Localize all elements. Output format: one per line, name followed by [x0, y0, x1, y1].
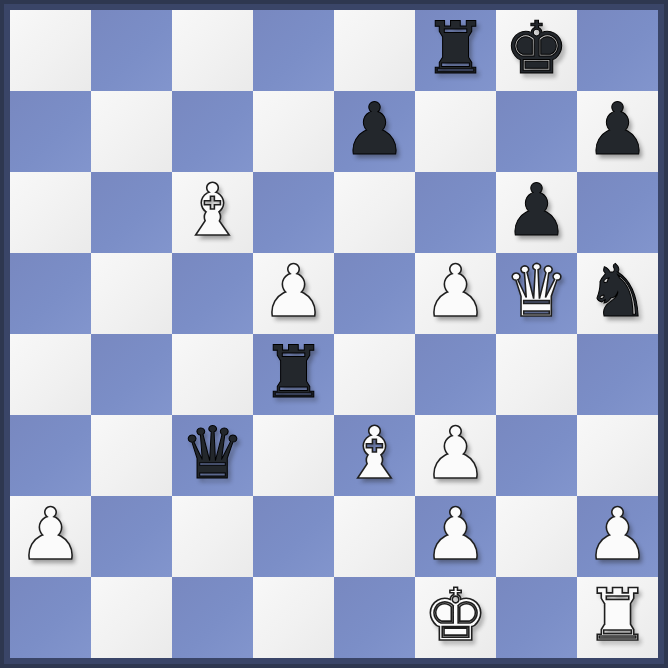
square-h4[interactable]: [577, 334, 658, 415]
square-e4[interactable]: [334, 334, 415, 415]
square-e7[interactable]: ♟: [334, 91, 415, 172]
square-d3[interactable]: [253, 415, 334, 496]
square-d8[interactable]: [253, 10, 334, 91]
piece-black-king-g8[interactable]: ♚: [504, 8, 569, 89]
square-a6[interactable]: [10, 172, 91, 253]
piece-white-bishop-e3[interactable]: ♝: [342, 413, 407, 494]
square-h2[interactable]: ♟: [577, 496, 658, 577]
square-e6[interactable]: [334, 172, 415, 253]
square-h1[interactable]: ♜: [577, 577, 658, 658]
square-c2[interactable]: [172, 496, 253, 577]
piece-white-pawn-a2[interactable]: ♟: [18, 494, 83, 575]
square-f1[interactable]: ♚: [415, 577, 496, 658]
square-e2[interactable]: [334, 496, 415, 577]
piece-white-pawn-h2[interactable]: ♟: [585, 494, 650, 575]
square-f7[interactable]: [415, 91, 496, 172]
square-a7[interactable]: [10, 91, 91, 172]
piece-white-king-f1[interactable]: ♚: [423, 575, 488, 656]
piece-white-rook-h1[interactable]: ♜: [585, 575, 650, 656]
square-c3[interactable]: ♛: [172, 415, 253, 496]
piece-white-queen-g5[interactable]: ♛: [504, 251, 569, 332]
square-a1[interactable]: [10, 577, 91, 658]
square-c4[interactable]: [172, 334, 253, 415]
square-b3[interactable]: [91, 415, 172, 496]
piece-black-knight-h5[interactable]: ♞: [585, 251, 650, 332]
square-d2[interactable]: [253, 496, 334, 577]
piece-black-queen-c3[interactable]: ♛: [180, 413, 245, 494]
square-e8[interactable]: [334, 10, 415, 91]
piece-white-pawn-f2[interactable]: ♟: [423, 494, 488, 575]
square-f3[interactable]: ♟: [415, 415, 496, 496]
square-d7[interactable]: [253, 91, 334, 172]
square-b2[interactable]: [91, 496, 172, 577]
square-a5[interactable]: [10, 253, 91, 334]
square-h8[interactable]: [577, 10, 658, 91]
square-g4[interactable]: [496, 334, 577, 415]
square-c7[interactable]: [172, 91, 253, 172]
piece-black-pawn-h7[interactable]: ♟: [585, 89, 650, 170]
square-f8[interactable]: ♜: [415, 10, 496, 91]
square-e1[interactable]: [334, 577, 415, 658]
square-h5[interactable]: ♞: [577, 253, 658, 334]
piece-black-rook-f8[interactable]: ♜: [423, 8, 488, 89]
square-d6[interactable]: [253, 172, 334, 253]
square-c5[interactable]: [172, 253, 253, 334]
square-a2[interactable]: ♟: [10, 496, 91, 577]
square-b6[interactable]: [91, 172, 172, 253]
square-d4[interactable]: ♜: [253, 334, 334, 415]
square-b7[interactable]: [91, 91, 172, 172]
square-g3[interactable]: [496, 415, 577, 496]
piece-white-pawn-f3[interactable]: ♟: [423, 413, 488, 494]
square-a4[interactable]: [10, 334, 91, 415]
square-h6[interactable]: [577, 172, 658, 253]
piece-white-bishop-c6[interactable]: ♝: [180, 170, 245, 251]
square-g8[interactable]: ♚: [496, 10, 577, 91]
square-g2[interactable]: [496, 496, 577, 577]
piece-black-rook-d4[interactable]: ♜: [261, 332, 326, 413]
square-f2[interactable]: ♟: [415, 496, 496, 577]
square-g6[interactable]: ♟: [496, 172, 577, 253]
chess-board-frame: ♜♚♟♟♝♟♟♟♛♞♜♛♝♟♟♟♟♚♜: [0, 0, 668, 668]
square-a3[interactable]: [10, 415, 91, 496]
square-c8[interactable]: [172, 10, 253, 91]
piece-white-pawn-d5[interactable]: ♟: [261, 251, 326, 332]
square-h7[interactable]: ♟: [577, 91, 658, 172]
square-b5[interactable]: [91, 253, 172, 334]
square-e5[interactable]: [334, 253, 415, 334]
square-d5[interactable]: ♟: [253, 253, 334, 334]
square-b1[interactable]: [91, 577, 172, 658]
square-g5[interactable]: ♛: [496, 253, 577, 334]
square-a8[interactable]: [10, 10, 91, 91]
piece-black-pawn-g6[interactable]: ♟: [504, 170, 569, 251]
square-d1[interactable]: [253, 577, 334, 658]
square-b4[interactable]: [91, 334, 172, 415]
square-h3[interactable]: [577, 415, 658, 496]
square-f4[interactable]: [415, 334, 496, 415]
square-f6[interactable]: [415, 172, 496, 253]
piece-black-pawn-e7[interactable]: ♟: [342, 89, 407, 170]
square-g1[interactable]: [496, 577, 577, 658]
square-b8[interactable]: [91, 10, 172, 91]
square-g7[interactable]: [496, 91, 577, 172]
chess-board: ♜♚♟♟♝♟♟♟♛♞♜♛♝♟♟♟♟♚♜: [10, 10, 658, 658]
square-c6[interactable]: ♝: [172, 172, 253, 253]
square-f5[interactable]: ♟: [415, 253, 496, 334]
piece-white-pawn-f5[interactable]: ♟: [423, 251, 488, 332]
square-e3[interactable]: ♝: [334, 415, 415, 496]
square-c1[interactable]: [172, 577, 253, 658]
